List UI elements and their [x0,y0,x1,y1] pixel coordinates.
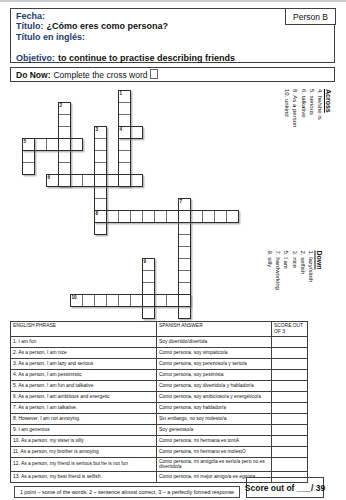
answers-table: ENGLISH PHRASE SPANISH ANSWER SCORE OUT … [10,321,308,483]
spanish-answer-cell: Como persona, mi hermana es tontA [157,435,272,446]
score-cell [272,347,308,358]
spanish-answer-cell: Como persona, soy hablador/a [157,402,272,413]
crossword-clue-number: 5 [24,139,27,144]
crossword-clue-number: 10 [72,295,77,300]
page-top-border [0,0,346,2]
spanish-answer-cell: Como persona, soy ambicioso/a y energéti… [157,391,272,402]
do-now-label: Do Now: [16,70,50,80]
crossword-grid: 12345678910 [22,90,240,320]
missing-emoji-glyph [150,69,158,79]
spanish-answer-cell: Como persona, mi amigo/a es serio/a pero… [157,457,272,472]
english-phrase-cell: 13. As a person, my best friend is selfi… [11,472,157,483]
score-cell [272,380,308,391]
score-cell [272,402,308,413]
down-clue: 3. nice [290,251,298,319]
english-phrase-cell: 4. As a person, I am pessimistic [11,369,157,380]
crossword-clue-number: 9 [144,259,147,264]
score-total-label: Score out of ___/ 39 [245,483,325,493]
spanish-answer-cell: Como persona, mi hermano es molestO [157,446,272,457]
table-row: 1. I am funSoy divertido/divertida [11,336,308,347]
english-phrase-cell: 11. As a person, my brother is annoying [11,446,157,457]
english-phrase-cell: 6. As a person, I am ambitious and energ… [11,391,157,402]
crossword-clue-number: 1 [120,91,123,96]
table-row: 8. However, I am not annoying.Sin embarg… [11,413,308,424]
down-clue: 5. I am [282,251,290,319]
crossword-clue-number: 6 [48,175,51,180]
spanish-answer-cell: Como persona, soy simpático/a [157,347,272,358]
crossword-cell [94,222,107,235]
across-clue: 5. serious [308,89,316,205]
titulo-line: Título:¿Cómo eres como persona? [16,21,329,31]
person-badge-label: Person B [293,12,328,22]
across-clues-block: Across 4. he/she is5. serious6. talkativ… [280,89,332,205]
rubric-text: 1 point – some of the words, 2 – sentenc… [20,489,234,495]
score-cell [272,457,308,472]
score-total-box: Score out of ___/ 39 [246,477,324,498]
score-cell [272,369,308,380]
crossword-cell [70,138,83,151]
spanish-answer-cell: Soy generoso/a [157,424,272,435]
crossword-cell [22,162,35,175]
do-now-box: Do Now:Complete the cross word [10,67,335,82]
down-clues-list: 1. lazy/sloth2. selfish3. nice5. I am7. … [265,251,314,319]
person-badge: Person B [285,8,336,25]
crossword-cell [130,126,143,139]
score-cell [272,358,308,369]
crossword-clue-number: 3 [96,127,99,132]
down-title: Down [316,251,323,319]
across-title: Across [325,89,332,205]
table-row: 4. As a person, I am pessimisticComo per… [11,369,308,380]
across-clue: 10. unkind [283,89,291,205]
score-cell [272,446,308,457]
crossword-clue-number: 2 [60,103,63,108]
english-phrase-cell: 12. As a person, my friend is serious bu… [11,457,157,472]
spanish-answer-cell: Soy divertido/divertida [157,336,272,347]
spanish-answer-cell: Sin embargo, no soy molesto/a [157,413,272,424]
table-row: 3. As a person, I am lazy and seriousCom… [11,358,308,369]
down-clues-block: Down 1. lazy/sloth2. selfish3. nice5. I … [266,251,323,319]
crossword-cell [226,210,239,223]
spanish-answer-cell: Como persona, soy perezoso/a y serio/a [157,358,272,369]
across-clue: 8. As a person [291,89,299,205]
titulo-ingles-label: Título en inglés: [16,32,85,42]
titulo-ingles-line: Título en inglés: [16,32,329,42]
objetivo-line: Objetivo:to continue to practise describ… [16,53,329,63]
crossword-cell [142,306,155,319]
crossword-clue-number: 4 [120,127,123,132]
score-cell [272,435,308,446]
fecha-label: Fecha: [16,11,45,21]
crossword-cell [130,174,143,187]
table-row: 12. As a person, my friend is serious bu… [11,457,308,472]
col-header-score: SCORE OUT OF 3 [272,322,308,337]
english-phrase-cell: 7. As a person, I am talkative. [11,402,157,413]
down-clue: 2. selfish [298,251,306,319]
score-cell [272,391,308,402]
across-clues-list: 4. he/she is5. serious6. talkative8. As … [283,89,324,205]
table-row: 2. As a person, I am niceComo persona, s… [11,347,308,358]
english-phrase-cell: 3. As a person, I am lazy and serious [11,358,157,369]
col-header-english: ENGLISH PHRASE [11,322,157,337]
table-header-row: ENGLISH PHRASE SPANISH ANSWER SCORE OUT … [11,322,308,337]
across-clue: 4. he/she is [316,89,324,205]
objetivo-value: to continue to practise describing frien… [58,53,235,63]
across-clue: 6. talkative [299,89,307,205]
table-row: 6. As a person, I am ambitious and energ… [11,391,308,402]
table-row: 5. As a person, I am fun and talkativeCo… [11,380,308,391]
english-phrase-cell: 1. I am fun [11,336,157,347]
score-cell [272,336,308,347]
score-cell [272,424,308,435]
table-row: 10. As a person, my sister is sillyComo … [11,435,308,446]
do-now-text: Complete the cross word [53,70,147,80]
crossword-clue-number: 8 [96,211,99,216]
english-phrase-cell: 2. As a person, I am nice [11,347,157,358]
blank-line [16,42,329,52]
scoring-rubric-box: 1 point – some of the words, 2 – sentenc… [14,486,240,498]
crossword-clue-number: 7 [180,199,183,204]
table-row: 9. I am generousSoy generoso/a [11,424,308,435]
down-clue: 7. hardworking [273,251,281,319]
down-clue: 1. lazy/sloth [306,251,314,319]
score-cell [272,413,308,424]
spanish-answer-cell: Como persona, soy divertido/a y hablador… [157,380,272,391]
titulo-value: ¿Cómo eres como persona? [47,21,169,31]
col-header-spanish: SPANISH ANSWER [157,322,272,337]
fecha-line: Fecha: [16,11,329,21]
english-phrase-cell: 9. I am generous [11,424,157,435]
english-phrase-cell: 10. As a person, my sister is silly [11,435,157,446]
table-row: 7. As a person, I am talkative.Como pers… [11,402,308,413]
english-phrase-cell: 8. However, I am not annoying. [11,413,157,424]
english-phrase-cell: 5. As a person, I am fun and talkative [11,380,157,391]
spanish-answer-cell: Como persona, soy pesimista [157,369,272,380]
objetivo-label: Objetivo: [16,53,55,63]
table-row: 11. As a person, my brother is annoyingC… [11,446,308,457]
titulo-label: Título: [16,21,44,31]
down-clue: 9. silly [265,251,273,319]
crossword-cell [178,306,191,319]
